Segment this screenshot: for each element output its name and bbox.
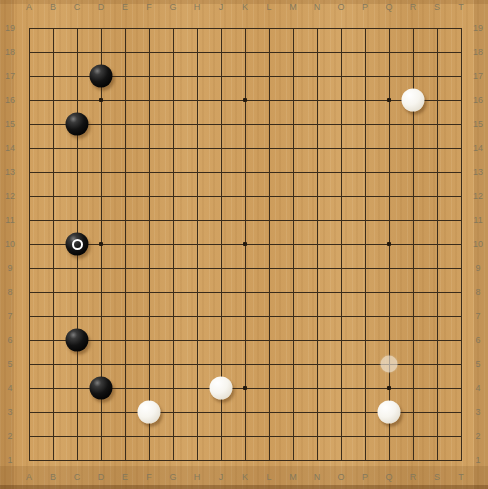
column-label-top-O: O [337, 3, 344, 12]
column-label-bottom-L: L [266, 473, 271, 482]
row-label-right-1: 1 [475, 456, 480, 465]
go-board[interactable]: AABBCCDDEEFFGGHHJJKKLLMMNNOOPPQQRRSSTT19… [0, 0, 488, 489]
star-point-D10 [99, 242, 103, 246]
column-label-top-T: T [458, 3, 464, 12]
row-label-left-2: 2 [7, 432, 12, 441]
column-label-top-P: P [362, 3, 368, 12]
column-label-top-C: C [74, 3, 81, 12]
row-label-right-14: 14 [473, 144, 483, 153]
star-point-Q4 [387, 386, 391, 390]
column-label-bottom-H: H [194, 473, 201, 482]
star-point-Q16 [387, 98, 391, 102]
star-point-K4 [243, 386, 247, 390]
column-label-top-G: G [169, 3, 176, 12]
column-label-bottom-N: N [314, 473, 321, 482]
column-label-bottom-A: A [26, 473, 32, 482]
row-label-right-6: 6 [475, 336, 480, 345]
white-stone-J4 [210, 377, 233, 400]
row-label-right-16: 16 [473, 96, 483, 105]
column-label-top-M: M [289, 3, 297, 12]
row-label-right-3: 3 [475, 408, 480, 417]
row-label-right-8: 8 [475, 288, 480, 297]
star-point-D16 [99, 98, 103, 102]
black-stone-D17 [90, 65, 113, 88]
column-label-bottom-P: P [362, 473, 368, 482]
column-label-bottom-B: B [50, 473, 56, 482]
row-label-left-11: 11 [5, 216, 14, 225]
star-point-K16 [243, 98, 247, 102]
row-label-right-10: 10 [473, 240, 483, 249]
column-label-top-Q: Q [385, 3, 392, 12]
row-label-left-5: 5 [7, 360, 12, 369]
row-label-left-17: 17 [5, 72, 15, 81]
row-label-left-10: 10 [5, 240, 15, 249]
star-point-K10 [243, 242, 247, 246]
row-label-left-14: 14 [5, 144, 15, 153]
black-stone-C6 [66, 329, 89, 352]
white-stone-R16 [402, 89, 425, 112]
column-label-top-F: F [146, 3, 152, 12]
row-label-right-9: 9 [475, 264, 480, 273]
row-label-right-17: 17 [473, 72, 483, 81]
row-label-right-4: 4 [475, 384, 480, 393]
white-stone-Q3 [378, 401, 401, 424]
black-stone-C10 [66, 233, 89, 256]
ghost-stone-preview-Q5[interactable] [381, 356, 398, 373]
row-label-right-2: 2 [475, 432, 480, 441]
star-point-Q10 [387, 242, 391, 246]
black-stone-D4 [90, 377, 113, 400]
row-label-left-7: 7 [7, 312, 12, 321]
row-label-left-1: 1 [7, 456, 12, 465]
row-label-left-3: 3 [7, 408, 12, 417]
row-label-left-8: 8 [7, 288, 12, 297]
row-label-left-16: 16 [5, 96, 15, 105]
row-label-left-12: 12 [5, 192, 15, 201]
column-label-top-K: K [242, 3, 248, 12]
column-label-top-J: J [219, 3, 224, 12]
row-label-right-11: 11 [473, 216, 482, 225]
column-label-bottom-E: E [122, 473, 128, 482]
row-label-left-15: 15 [5, 120, 15, 129]
column-label-top-A: A [26, 3, 32, 12]
row-label-right-7: 7 [475, 312, 480, 321]
row-label-left-4: 4 [7, 384, 12, 393]
row-label-right-19: 19 [473, 24, 483, 33]
column-label-bottom-O: O [337, 473, 344, 482]
column-label-top-R: R [410, 3, 417, 12]
last-move-marker [72, 239, 83, 250]
column-label-bottom-F: F [146, 473, 152, 482]
row-label-left-13: 13 [5, 168, 15, 177]
column-label-top-B: B [50, 3, 56, 12]
black-stone-C15 [66, 113, 89, 136]
row-label-right-13: 13 [473, 168, 483, 177]
column-label-bottom-M: M [289, 473, 297, 482]
column-label-bottom-R: R [410, 473, 417, 482]
column-label-top-D: D [98, 3, 105, 12]
column-label-bottom-J: J [219, 473, 224, 482]
row-label-right-5: 5 [475, 360, 480, 369]
column-label-top-N: N [314, 3, 321, 12]
column-label-bottom-K: K [242, 473, 248, 482]
row-label-left-19: 19 [5, 24, 15, 33]
row-label-right-12: 12 [473, 192, 483, 201]
row-label-left-9: 9 [7, 264, 12, 273]
column-label-top-L: L [266, 3, 271, 12]
column-label-bottom-T: T [458, 473, 464, 482]
row-label-right-15: 15 [473, 120, 483, 129]
column-label-top-H: H [194, 3, 201, 12]
column-label-top-S: S [434, 3, 440, 12]
row-label-left-18: 18 [5, 48, 15, 57]
column-label-bottom-S: S [434, 473, 440, 482]
column-label-bottom-Q: Q [385, 473, 392, 482]
row-label-left-6: 6 [7, 336, 12, 345]
row-label-right-18: 18 [473, 48, 483, 57]
column-label-bottom-C: C [74, 473, 81, 482]
column-label-top-E: E [122, 3, 128, 12]
column-label-bottom-D: D [98, 473, 105, 482]
board-edge-shadow [0, 485, 488, 489]
white-stone-F3 [138, 401, 161, 424]
column-label-bottom-G: G [169, 473, 176, 482]
